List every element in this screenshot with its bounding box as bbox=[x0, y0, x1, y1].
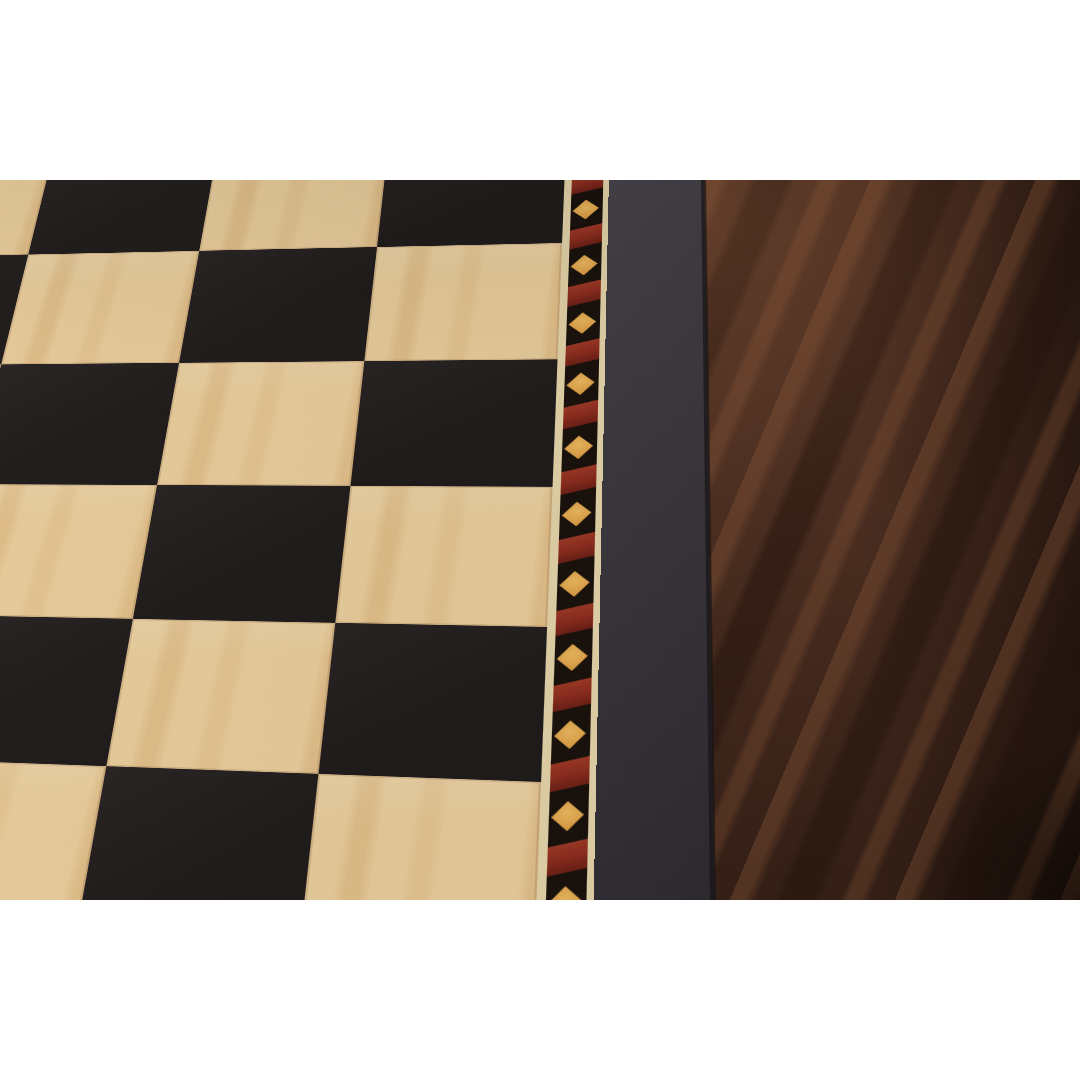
square-r4c7 bbox=[318, 623, 547, 782]
inlay-gold-diamond bbox=[554, 719, 587, 750]
inlay-red-segment bbox=[570, 180, 602, 195]
square-r1c6 bbox=[179, 247, 377, 363]
inlay-gold-diamond bbox=[561, 500, 591, 528]
inlay-red-segment bbox=[552, 677, 591, 712]
square-r1c5 bbox=[1, 251, 199, 365]
page bbox=[0, 0, 1080, 1080]
square-r0c5 bbox=[28, 180, 218, 255]
inlay-gold-diamond bbox=[556, 642, 588, 672]
inlay-red-segment bbox=[566, 279, 600, 306]
chessboard-grid bbox=[0, 180, 566, 900]
white-margin-top bbox=[0, 0, 1080, 180]
inlay-red-segment bbox=[562, 400, 597, 430]
inlay-gold-diamond bbox=[566, 371, 595, 397]
square-r5c7 bbox=[300, 774, 541, 900]
square-r0c6 bbox=[199, 180, 388, 251]
inlay-gold-diamond bbox=[572, 198, 599, 221]
square-r3c6 bbox=[133, 485, 351, 623]
inlay-red-segment bbox=[568, 223, 601, 249]
inlay-red-segment bbox=[549, 756, 589, 792]
inlay-red-segment bbox=[546, 839, 587, 877]
square-r3c5 bbox=[0, 484, 157, 619]
square-r2c7 bbox=[350, 359, 557, 486]
square-r2c5 bbox=[0, 363, 179, 485]
square-r5c6 bbox=[77, 766, 319, 900]
chessboard-photo[interactable] bbox=[0, 180, 1080, 900]
chessboard-plane bbox=[0, 180, 610, 900]
white-margin-bottom bbox=[0, 900, 1080, 1080]
square-r0c7 bbox=[377, 180, 566, 247]
inlay-red-segment bbox=[559, 464, 595, 495]
inlay-gold-diamond bbox=[559, 569, 590, 598]
inlay-gold-diamond bbox=[551, 800, 584, 833]
square-r1c7 bbox=[364, 243, 562, 361]
inlay-gold-diamond bbox=[564, 434, 593, 461]
square-r3c7 bbox=[335, 486, 552, 627]
inlay-red-segment bbox=[564, 338, 598, 366]
inlay-gold-diamond bbox=[548, 885, 582, 900]
inlay-gold-diamond bbox=[568, 311, 596, 336]
square-r4c6 bbox=[106, 619, 335, 774]
inlay-red-segment bbox=[554, 603, 592, 636]
inlay-red-segment bbox=[557, 532, 594, 564]
inlay-gold-diamond bbox=[570, 253, 597, 277]
square-r2c6 bbox=[157, 361, 364, 486]
